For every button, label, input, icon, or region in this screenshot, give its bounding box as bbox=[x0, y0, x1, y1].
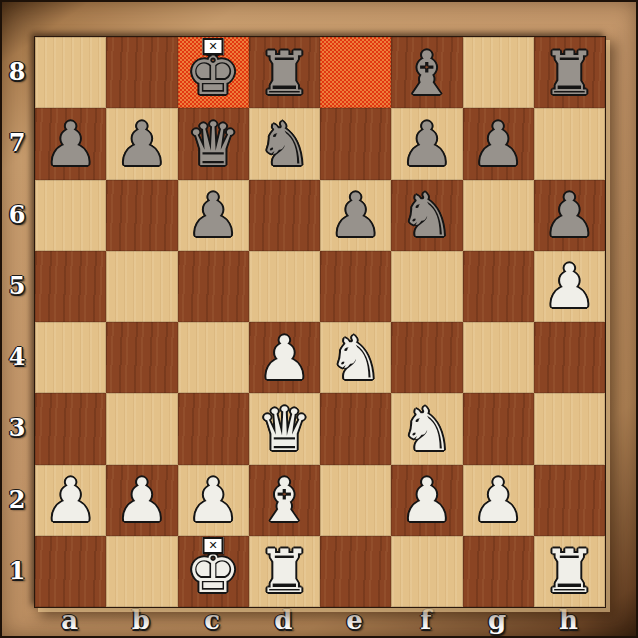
square-d4[interactable]: ♟ bbox=[249, 322, 320, 393]
square-d3[interactable]: ♛ bbox=[249, 393, 320, 464]
square-a1[interactable] bbox=[35, 536, 106, 607]
piece-black-knight: ♞ bbox=[249, 108, 320, 179]
rank-label-5: 5 bbox=[0, 250, 34, 321]
file-label-a: a bbox=[34, 604, 105, 636]
piece-white-pawn: ♟ bbox=[534, 251, 605, 322]
rank-label-4: 4 bbox=[0, 321, 34, 392]
piece-white-bishop: ♝ bbox=[249, 465, 320, 536]
piece-white-pawn: ♟ bbox=[249, 322, 320, 393]
square-a5[interactable] bbox=[35, 251, 106, 322]
square-b4[interactable] bbox=[106, 322, 177, 393]
piece-black-pawn: ♟ bbox=[463, 108, 534, 179]
square-c3[interactable] bbox=[178, 393, 249, 464]
rank-label-1: 1 bbox=[0, 535, 34, 606]
file-label-c: c bbox=[177, 604, 248, 636]
piece-white-pawn: ♟ bbox=[35, 465, 106, 536]
piece-black-rook: ♜ bbox=[249, 37, 320, 108]
file-label-f: f bbox=[390, 604, 461, 636]
piece-black-knight: ♞ bbox=[391, 180, 462, 251]
piece-white-pawn: ♟ bbox=[463, 465, 534, 536]
square-f1[interactable] bbox=[391, 536, 462, 607]
square-a7[interactable]: ♟ bbox=[35, 108, 106, 179]
file-label-e: e bbox=[319, 604, 390, 636]
square-g7[interactable]: ♟ bbox=[463, 108, 534, 179]
piece-black-pawn: ♟ bbox=[391, 108, 462, 179]
square-e8[interactable] bbox=[320, 37, 391, 108]
chess-board: ♚✕♜♝♜♟♟♛♞♟♟♟♟♞♟♟♟♞♛♞♟♟♟♝♟♟♚✕♜♜ bbox=[34, 36, 606, 608]
square-c8[interactable]: ♚✕ bbox=[178, 37, 249, 108]
piece-black-rook: ♜ bbox=[534, 37, 605, 108]
piece-white-pawn: ♟ bbox=[178, 465, 249, 536]
square-h3[interactable] bbox=[534, 393, 605, 464]
piece-white-queen: ♛ bbox=[249, 393, 320, 464]
square-e4[interactable]: ♞ bbox=[320, 322, 391, 393]
rank-label-3: 3 bbox=[0, 392, 34, 463]
rank-label-6: 6 bbox=[0, 179, 34, 250]
square-f4[interactable] bbox=[391, 322, 462, 393]
square-b7[interactable]: ♟ bbox=[106, 108, 177, 179]
square-b6[interactable] bbox=[106, 180, 177, 251]
square-c7[interactable]: ♛ bbox=[178, 108, 249, 179]
piece-black-queen: ♛ bbox=[178, 108, 249, 179]
piece-black-pawn: ♟ bbox=[320, 180, 391, 251]
file-label-d: d bbox=[248, 604, 319, 636]
square-h6[interactable]: ♟ bbox=[534, 180, 605, 251]
king-marker-icon: ✕ bbox=[203, 537, 224, 554]
square-c5[interactable] bbox=[178, 251, 249, 322]
square-d7[interactable]: ♞ bbox=[249, 108, 320, 179]
square-h2[interactable] bbox=[534, 465, 605, 536]
square-f6[interactable]: ♞ bbox=[391, 180, 462, 251]
piece-black-pawn: ♟ bbox=[35, 108, 106, 179]
square-g1[interactable] bbox=[463, 536, 534, 607]
square-h5[interactable]: ♟ bbox=[534, 251, 605, 322]
square-a2[interactable]: ♟ bbox=[35, 465, 106, 536]
square-d5[interactable] bbox=[249, 251, 320, 322]
square-f7[interactable]: ♟ bbox=[391, 108, 462, 179]
square-f8[interactable]: ♝ bbox=[391, 37, 462, 108]
square-c1[interactable]: ♚✕ bbox=[178, 536, 249, 607]
square-g5[interactable] bbox=[463, 251, 534, 322]
square-a8[interactable] bbox=[35, 37, 106, 108]
chess-app-window: 87654321 abcdefgh ♚✕♜♝♜♟♟♛♞♟♟♟♟♞♟♟♟♞♛♞♟♟… bbox=[0, 0, 638, 638]
square-h4[interactable] bbox=[534, 322, 605, 393]
file-labels: abcdefgh bbox=[34, 604, 604, 636]
square-h7[interactable] bbox=[534, 108, 605, 179]
piece-white-rook: ♜ bbox=[534, 536, 605, 607]
piece-white-knight: ♞ bbox=[391, 393, 462, 464]
square-b2[interactable]: ♟ bbox=[106, 465, 177, 536]
square-d1[interactable]: ♜ bbox=[249, 536, 320, 607]
square-b1[interactable] bbox=[106, 536, 177, 607]
square-e1[interactable] bbox=[320, 536, 391, 607]
square-g8[interactable] bbox=[463, 37, 534, 108]
square-g3[interactable] bbox=[463, 393, 534, 464]
rank-label-7: 7 bbox=[0, 107, 34, 178]
piece-white-pawn: ♟ bbox=[391, 465, 462, 536]
square-b3[interactable] bbox=[106, 393, 177, 464]
file-label-g: g bbox=[462, 604, 533, 636]
rank-label-2: 2 bbox=[0, 464, 34, 535]
square-h8[interactable]: ♜ bbox=[534, 37, 605, 108]
square-c6[interactable]: ♟ bbox=[178, 180, 249, 251]
square-g2[interactable]: ♟ bbox=[463, 465, 534, 536]
king-marker-icon: ✕ bbox=[203, 38, 224, 55]
piece-white-pawn: ♟ bbox=[106, 465, 177, 536]
piece-black-pawn: ♟ bbox=[534, 180, 605, 251]
square-a3[interactable] bbox=[35, 393, 106, 464]
square-e6[interactable]: ♟ bbox=[320, 180, 391, 251]
square-b5[interactable] bbox=[106, 251, 177, 322]
piece-white-rook: ♜ bbox=[249, 536, 320, 607]
square-f5[interactable] bbox=[391, 251, 462, 322]
piece-black-bishop: ♝ bbox=[391, 37, 462, 108]
square-d2[interactable]: ♝ bbox=[249, 465, 320, 536]
file-label-b: b bbox=[105, 604, 176, 636]
square-d8[interactable]: ♜ bbox=[249, 37, 320, 108]
square-a6[interactable] bbox=[35, 180, 106, 251]
square-e5[interactable] bbox=[320, 251, 391, 322]
square-f3[interactable]: ♞ bbox=[391, 393, 462, 464]
square-g6[interactable] bbox=[463, 180, 534, 251]
square-c4[interactable] bbox=[178, 322, 249, 393]
square-d6[interactable] bbox=[249, 180, 320, 251]
file-label-h: h bbox=[533, 604, 604, 636]
piece-black-pawn: ♟ bbox=[178, 180, 249, 251]
square-e3[interactable] bbox=[320, 393, 391, 464]
square-f2[interactable]: ♟ bbox=[391, 465, 462, 536]
square-h1[interactable]: ♜ bbox=[534, 536, 605, 607]
square-g4[interactable] bbox=[463, 322, 534, 393]
rank-label-8: 8 bbox=[0, 36, 34, 107]
piece-white-knight: ♞ bbox=[320, 322, 391, 393]
square-a4[interactable] bbox=[35, 322, 106, 393]
square-e7[interactable] bbox=[320, 108, 391, 179]
piece-black-pawn: ♟ bbox=[106, 108, 177, 179]
square-b8[interactable] bbox=[106, 37, 177, 108]
square-e2[interactable] bbox=[320, 465, 391, 536]
square-c2[interactable]: ♟ bbox=[178, 465, 249, 536]
rank-labels: 87654321 bbox=[0, 36, 34, 606]
